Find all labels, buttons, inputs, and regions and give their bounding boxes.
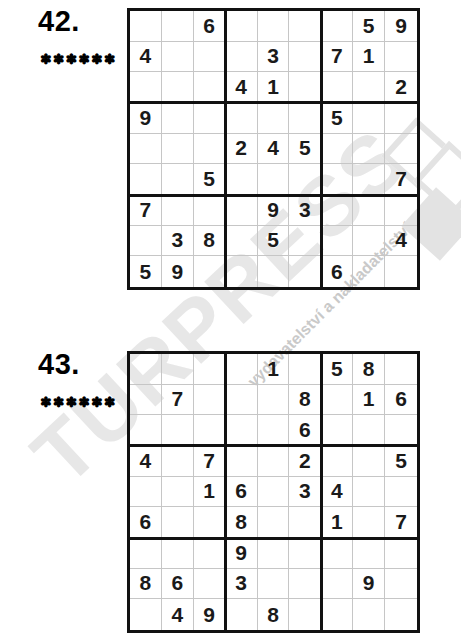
cell-r9c3[interactable]	[194, 256, 226, 287]
cell-r7c9[interactable]	[385, 195, 417, 226]
cell-r4c3: 7	[194, 446, 226, 477]
cell-r6c6[interactable]	[289, 507, 321, 538]
cell-r1c6[interactable]	[289, 354, 321, 385]
cell-r5c2[interactable]	[162, 477, 194, 508]
cell-r6c8[interactable]	[353, 507, 385, 538]
cell-r9c3: 9	[194, 599, 226, 630]
cell-r1c5[interactable]	[258, 11, 290, 42]
cell-r8c7[interactable]	[321, 569, 353, 600]
cell-r4c7[interactable]	[321, 446, 353, 477]
cell-r3c2[interactable]	[162, 415, 194, 446]
cell-r2c1[interactable]	[130, 385, 162, 416]
cell-r7c7[interactable]	[321, 538, 353, 569]
cell-r5c3: 1	[194, 477, 226, 508]
cell-r4c3[interactable]	[194, 103, 226, 134]
cell-r5c5[interactable]	[258, 477, 290, 508]
cell-r2c2: 7	[162, 385, 194, 416]
cell-r3c4: 4	[226, 72, 258, 103]
cell-r6c1[interactable]	[130, 164, 162, 195]
cell-r3c6[interactable]	[289, 72, 321, 103]
cell-r1c9[interactable]	[385, 354, 417, 385]
cell-r3c1[interactable]	[130, 415, 162, 446]
cell-r7c1: 7	[130, 195, 162, 226]
difficulty-stars: ✽✽✽✽✽✽	[40, 394, 116, 410]
cell-r6c9: 7	[385, 164, 417, 195]
cell-r3c8[interactable]	[353, 72, 385, 103]
cell-r1c7[interactable]	[321, 11, 353, 42]
cell-r6c4: 8	[226, 507, 258, 538]
cell-r3c5: 1	[258, 72, 290, 103]
difficulty-stars: ✽✽✽✽✽✽	[40, 51, 116, 67]
cell-r4c9[interactable]	[385, 103, 417, 134]
cell-r4c2[interactable]	[162, 446, 194, 477]
cell-r1c1[interactable]	[130, 11, 162, 42]
cell-r2c5[interactable]	[258, 385, 290, 416]
cell-r9c8[interactable]	[353, 256, 385, 287]
cell-r1c1[interactable]	[130, 354, 162, 385]
cell-r9c7[interactable]	[321, 599, 353, 630]
cell-r8c1: 8	[130, 569, 162, 600]
cell-r7c5: 9	[258, 195, 290, 226]
cell-r9c5[interactable]	[258, 256, 290, 287]
cell-r1c3[interactable]	[194, 354, 226, 385]
cell-r2c1: 4	[130, 42, 162, 73]
cell-r6c5[interactable]	[258, 507, 290, 538]
cell-r6c5[interactable]	[258, 164, 290, 195]
cell-r9c9[interactable]	[385, 599, 417, 630]
cell-r3c8[interactable]	[353, 415, 385, 446]
cell-r2c4[interactable]	[226, 42, 258, 73]
cell-r2c9: 6	[385, 385, 417, 416]
cell-r3c9: 2	[385, 72, 417, 103]
cell-r9c6[interactable]	[289, 599, 321, 630]
cell-r5c2[interactable]	[162, 134, 194, 165]
cell-r9c5: 8	[258, 599, 290, 630]
cell-r4c4[interactable]	[226, 103, 258, 134]
cell-r9c4[interactable]	[226, 599, 258, 630]
cell-r1c7: 5	[321, 354, 353, 385]
cell-r8c4: 3	[226, 569, 258, 600]
cell-r9c1[interactable]	[130, 599, 162, 630]
cell-r6c2[interactable]	[162, 507, 194, 538]
cell-r7c6: 3	[289, 195, 321, 226]
cell-r6c4[interactable]	[226, 164, 258, 195]
cell-r7c1[interactable]	[130, 538, 162, 569]
cell-r3c5[interactable]	[258, 415, 290, 446]
cell-r5c1[interactable]	[130, 477, 162, 508]
cell-r8c3[interactable]	[194, 569, 226, 600]
cell-r7c2[interactable]	[162, 195, 194, 226]
cell-r3c9[interactable]	[385, 415, 417, 446]
cell-r3c4[interactable]	[226, 415, 258, 446]
cell-r1c2[interactable]	[162, 11, 194, 42]
cell-r7c3[interactable]	[194, 538, 226, 569]
cell-r1c5: 1	[258, 354, 290, 385]
cell-r2c8: 1	[353, 385, 385, 416]
cell-r5c8[interactable]	[353, 134, 385, 165]
cell-r6c3: 5	[194, 164, 226, 195]
cell-r1c4[interactable]	[226, 11, 258, 42]
cell-r1c3: 6	[194, 11, 226, 42]
cell-r1c8: 5	[353, 11, 385, 42]
cell-r4c4[interactable]	[226, 446, 258, 477]
cell-r5c7: 4	[321, 477, 353, 508]
cell-r5c1[interactable]	[130, 134, 162, 165]
cell-r8c6[interactable]	[289, 226, 321, 257]
cell-r9c1: 5	[130, 256, 162, 287]
cell-r3c7[interactable]	[321, 415, 353, 446]
cell-r4c5[interactable]	[258, 103, 290, 134]
cell-r3c1[interactable]	[130, 72, 162, 103]
cell-r2c9[interactable]	[385, 42, 417, 73]
cell-r9c8[interactable]	[353, 599, 385, 630]
cell-r6c9: 7	[385, 507, 417, 538]
cell-r4c6: 2	[289, 446, 321, 477]
cell-r1c6[interactable]	[289, 11, 321, 42]
cell-r3c3[interactable]	[194, 72, 226, 103]
cell-r8c5: 5	[258, 226, 290, 257]
cell-r1c9: 9	[385, 11, 417, 42]
cell-r5c7[interactable]	[321, 134, 353, 165]
cell-r7c6[interactable]	[289, 538, 321, 569]
cell-r2c2[interactable]	[162, 42, 194, 73]
cell-r5c6: 3	[289, 477, 321, 508]
cell-r8c9[interactable]	[385, 569, 417, 600]
cell-r3c3[interactable]	[194, 415, 226, 446]
cell-r8c2: 6	[162, 569, 194, 600]
cell-r9c2: 4	[162, 599, 194, 630]
cell-r7c4: 9	[226, 538, 258, 569]
cell-r2c4[interactable]	[226, 385, 258, 416]
cell-r2c8: 1	[353, 42, 385, 73]
cell-r7c2[interactable]	[162, 538, 194, 569]
cell-r5c9[interactable]	[385, 477, 417, 508]
cell-r1c2[interactable]	[162, 354, 194, 385]
cell-r5c8[interactable]	[353, 477, 385, 508]
sudoku-grid-42: 659437141295245577933854596	[127, 8, 420, 290]
cell-r2c6: 8	[289, 385, 321, 416]
cell-r9c4[interactable]	[226, 256, 258, 287]
cell-r6c1: 6	[130, 507, 162, 538]
cell-r5c6: 5	[289, 134, 321, 165]
cell-r8c8: 9	[353, 569, 385, 600]
cell-r7c9[interactable]	[385, 538, 417, 569]
cell-r9c7: 6	[321, 256, 353, 287]
cell-r8c6[interactable]	[289, 569, 321, 600]
cell-r9c9[interactable]	[385, 256, 417, 287]
cell-r5c5: 4	[258, 134, 290, 165]
cell-r4c1: 4	[130, 446, 162, 477]
cell-r4c6[interactable]	[289, 103, 321, 134]
cell-r7c5[interactable]	[258, 538, 290, 569]
cell-r7c7[interactable]	[321, 195, 353, 226]
cell-r6c7[interactable]	[321, 164, 353, 195]
cell-r1c4[interactable]	[226, 354, 258, 385]
cell-r8c1[interactable]	[130, 226, 162, 257]
cell-r8c5[interactable]	[258, 569, 290, 600]
cell-r1c8: 8	[353, 354, 385, 385]
cell-r6c6[interactable]	[289, 164, 321, 195]
cell-r3c7[interactable]	[321, 72, 353, 103]
cell-r4c5[interactable]	[258, 446, 290, 477]
sudoku-grid-43: 1587816647251634681798639498	[127, 351, 420, 633]
cell-r5c9[interactable]	[385, 134, 417, 165]
cell-r5c4: 6	[226, 477, 258, 508]
cell-r8c2: 3	[162, 226, 194, 257]
cell-r8c9: 4	[385, 226, 417, 257]
cell-r9c2: 9	[162, 256, 194, 287]
cell-r4c1: 9	[130, 103, 162, 134]
cell-r6c3[interactable]	[194, 507, 226, 538]
cell-r8c8[interactable]	[353, 226, 385, 257]
cell-r4c7: 5	[321, 103, 353, 134]
puzzle-number-label: 43.	[38, 348, 80, 381]
cell-r6c2[interactable]	[162, 164, 194, 195]
cell-r7c8[interactable]	[353, 195, 385, 226]
cell-r3c6: 6	[289, 415, 321, 446]
cell-r8c3: 8	[194, 226, 226, 257]
cell-r2c7: 7	[321, 42, 353, 73]
cell-r4c9: 5	[385, 446, 417, 477]
cell-r4c8[interactable]	[353, 103, 385, 134]
cell-r8c4[interactable]	[226, 226, 258, 257]
cell-r6c8[interactable]	[353, 164, 385, 195]
cell-r2c6[interactable]	[289, 42, 321, 73]
cell-r3c2[interactable]	[162, 72, 194, 103]
cell-r7c8[interactable]	[353, 538, 385, 569]
cell-r6c7: 1	[321, 507, 353, 538]
cell-r8c7[interactable]	[321, 226, 353, 257]
cell-r5c3[interactable]	[194, 134, 226, 165]
watermark-logo-diamond-outline-2	[413, 141, 461, 217]
cell-r5c4: 2	[226, 134, 258, 165]
cell-r4c8[interactable]	[353, 446, 385, 477]
cell-r7c4[interactable]	[226, 195, 258, 226]
cell-r4c2[interactable]	[162, 103, 194, 134]
cell-r7c3[interactable]	[194, 195, 226, 226]
cell-r2c5: 3	[258, 42, 290, 73]
cell-r2c7[interactable]	[321, 385, 353, 416]
puzzle-number-label: 42.	[38, 5, 80, 38]
cell-r2c3[interactable]	[194, 385, 226, 416]
cell-r9c6[interactable]	[289, 256, 321, 287]
cell-r2c3[interactable]	[194, 42, 226, 73]
